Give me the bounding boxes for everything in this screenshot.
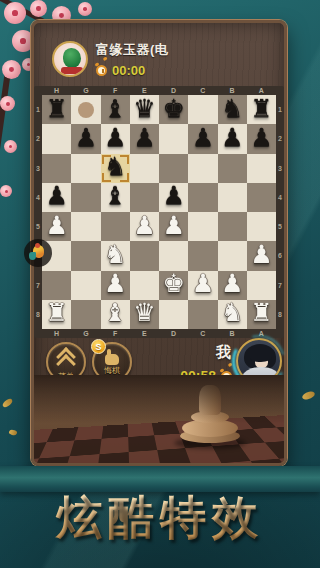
branch <box>0 60 12 209</box>
square[interactable] <box>218 212 247 241</box>
square[interactable] <box>42 154 71 183</box>
square[interactable] <box>159 124 188 153</box>
rank-label: 1 <box>34 95 42 124</box>
square[interactable]: ♚ <box>159 271 188 300</box>
table-scene-background <box>34 375 284 463</box>
file-label: A <box>247 329 276 338</box>
black-bishop[interactable]: ♝ <box>104 183 126 208</box>
square[interactable]: ♜ <box>247 300 276 329</box>
black-pawn[interactable]: ♟ <box>192 125 214 150</box>
square[interactable] <box>188 300 217 329</box>
black-pawn[interactable]: ♟ <box>45 183 67 208</box>
file-label: E <box>130 329 159 338</box>
file-label: F <box>101 329 130 338</box>
square[interactable]: ♛ <box>130 300 159 329</box>
square[interactable] <box>218 183 247 212</box>
blossom <box>30 0 47 17</box>
square[interactable]: ♜ <box>247 95 276 124</box>
square[interactable]: ♟ <box>247 124 276 153</box>
rank-label: 8 <box>276 300 284 329</box>
file-labels-bottom: HGFEDCBA <box>42 329 284 338</box>
blossom <box>78 2 92 16</box>
square[interactable] <box>42 271 71 300</box>
opponent-info: 富缘玉器(电 00:00 <box>52 37 168 81</box>
black-bishop[interactable]: ♝ <box>104 96 126 121</box>
bird-floating-button[interactable] <box>24 239 52 267</box>
square[interactable]: ♟ <box>130 124 159 153</box>
black-pawn[interactable]: ♟ <box>133 125 155 150</box>
gold-leaf-decoration <box>1 398 14 408</box>
rank-label: 3 <box>276 154 284 183</box>
black-pawn[interactable]: ♟ <box>221 125 243 150</box>
square[interactable] <box>159 154 188 183</box>
square[interactable]: ♚ <box>159 95 188 124</box>
rank-label: 5 <box>34 212 42 241</box>
rank-label: 5 <box>276 212 284 241</box>
square[interactable] <box>101 212 130 241</box>
square[interactable]: ♝ <box>101 300 130 329</box>
rank-label: 3 <box>34 154 42 183</box>
square[interactable]: ♝ <box>101 95 130 124</box>
gold-leaf-decoration <box>301 391 315 401</box>
square[interactable] <box>247 271 276 300</box>
square[interactable] <box>247 154 276 183</box>
rank-label: 2 <box>276 124 284 153</box>
white-pawn[interactable]: ♟ <box>192 271 214 296</box>
double-chevron-up-icon <box>48 350 84 371</box>
black-pawn[interactable]: ♟ <box>75 125 97 150</box>
white-pawn[interactable]: ♟ <box>104 271 126 296</box>
black-knight[interactable]: ♞ <box>104 154 126 179</box>
square[interactable] <box>42 124 71 153</box>
opponent-time: 00:00 <box>112 63 145 78</box>
rank-label: 8 <box>34 300 42 329</box>
board-squares: ♜♝♛♚♞♜♟♟♟♟♟♟♞♟♝♟♟♟♟♞♟♟♚♟♟♜♝♛♞♜ <box>42 95 276 329</box>
square[interactable]: ♟ <box>218 124 247 153</box>
white-rook[interactable]: ♜ <box>45 300 67 325</box>
white-knight[interactable]: ♞ <box>104 242 126 267</box>
white-king[interactable]: ♚ <box>162 271 184 296</box>
bird-icon <box>33 245 44 258</box>
square[interactable]: ♟ <box>130 212 159 241</box>
square[interactable] <box>130 271 159 300</box>
white-bishop[interactable]: ♝ <box>104 300 126 325</box>
white-rook[interactable]: ♜ <box>250 300 272 325</box>
square[interactable] <box>71 300 100 329</box>
square[interactable] <box>188 154 217 183</box>
square[interactable] <box>130 183 159 212</box>
file-label: G <box>71 329 100 338</box>
square[interactable]: ♟ <box>247 241 276 270</box>
square[interactable] <box>159 300 188 329</box>
rank-label: 4 <box>276 183 284 212</box>
my-name: 我 <box>180 343 232 362</box>
rank-label: 1 <box>276 95 284 124</box>
square[interactable]: ♟ <box>101 124 130 153</box>
square[interactable]: ♜ <box>42 300 71 329</box>
file-label: C <box>188 329 217 338</box>
avatar-fringe <box>250 352 272 362</box>
white-pawn[interactable]: ♟ <box>250 242 272 267</box>
rank-label: 6 <box>276 241 284 270</box>
black-king[interactable]: ♚ <box>162 96 184 121</box>
square[interactable] <box>71 183 100 212</box>
rank-labels-right: 12345678 <box>276 95 284 329</box>
white-pawn[interactable]: ♟ <box>45 213 67 238</box>
decorative-chess-piece <box>180 385 240 455</box>
square[interactable] <box>218 241 247 270</box>
rank-labels-left: 12345678 <box>34 95 42 329</box>
blossom <box>2 60 21 79</box>
square[interactable]: ♞ <box>101 241 130 270</box>
last-move-from-marker <box>78 102 94 118</box>
black-rook[interactable]: ♜ <box>45 96 67 121</box>
jade-figurine-image <box>63 48 81 68</box>
square[interactable] <box>71 154 100 183</box>
square[interactable]: ♞ <box>218 300 247 329</box>
white-pawn[interactable]: ♟ <box>162 213 184 238</box>
square[interactable]: ♟ <box>159 212 188 241</box>
square[interactable] <box>71 95 100 124</box>
blossom <box>0 96 15 111</box>
rank-label: 2 <box>34 124 42 153</box>
blossom <box>4 2 26 24</box>
square[interactable] <box>188 212 217 241</box>
file-label: G <box>71 86 100 95</box>
rank-label: 4 <box>34 183 42 212</box>
black-knight[interactable]: ♞ <box>221 96 243 121</box>
square[interactable] <box>130 154 159 183</box>
game-panel: 富缘玉器(电 00:00 HGFEDCBA 12345678 ♜♝♛♚♞♜♟♟♟… <box>31 20 287 466</box>
square[interactable] <box>247 183 276 212</box>
square[interactable]: ♜ <box>42 95 71 124</box>
square[interactable]: ♟ <box>159 183 188 212</box>
black-queen[interactable]: ♛ <box>133 96 155 121</box>
file-label: C <box>188 86 217 95</box>
file-label: H <box>42 329 71 338</box>
square[interactable] <box>159 241 188 270</box>
square[interactable]: ♟ <box>42 183 71 212</box>
square[interactable] <box>71 271 100 300</box>
square[interactable]: ♟ <box>218 271 247 300</box>
square[interactable] <box>218 154 247 183</box>
opponent-name: 富缘玉器(电 <box>96 41 168 59</box>
square[interactable] <box>188 95 217 124</box>
blossom <box>4 140 17 153</box>
rank-label: 7 <box>34 271 42 300</box>
white-pawn[interactable]: ♟ <box>133 213 155 238</box>
square[interactable]: ♞ <box>101 154 130 183</box>
white-pawn[interactable]: ♟ <box>221 271 243 296</box>
square[interactable]: ♟ <box>42 212 71 241</box>
square[interactable] <box>71 212 100 241</box>
square[interactable] <box>71 241 100 270</box>
square[interactable] <box>247 212 276 241</box>
rank-label: 7 <box>276 271 284 300</box>
square[interactable] <box>188 241 217 270</box>
blossom <box>0 185 12 197</box>
coin-badge: S <box>91 339 106 354</box>
white-queen[interactable]: ♛ <box>133 300 155 325</box>
square[interactable]: ♟ <box>101 271 130 300</box>
perspective-checkerboard <box>34 415 284 463</box>
banner-text: 炫酷特效 <box>0 487 320 549</box>
hand-icon <box>105 354 119 365</box>
black-pawn[interactable]: ♟ <box>250 125 272 150</box>
white-knight[interactable]: ♞ <box>221 300 243 325</box>
square[interactable]: ♝ <box>101 183 130 212</box>
file-label: D <box>159 329 188 338</box>
alarm-clock-icon <box>96 65 107 76</box>
chess-board: HGFEDCBA 12345678 ♜♝♛♚♞♜♟♟♟♟♟♟♞♟♝♟♟♟♟♞♟♟… <box>34 86 284 338</box>
black-rook[interactable]: ♜ <box>250 96 272 121</box>
opponent-avatar[interactable] <box>52 41 88 77</box>
square[interactable] <box>188 183 217 212</box>
file-label: B <box>218 329 247 338</box>
black-pawn[interactable]: ♟ <box>104 125 126 150</box>
square[interactable]: ♟ <box>188 271 217 300</box>
square[interactable]: ♟ <box>71 124 100 153</box>
square[interactable]: ♞ <box>218 95 247 124</box>
gold-leaf-decoration <box>8 429 17 436</box>
square[interactable]: ♛ <box>130 95 159 124</box>
square[interactable]: ♟ <box>188 124 217 153</box>
black-pawn[interactable]: ♟ <box>162 183 184 208</box>
square[interactable] <box>130 241 159 270</box>
